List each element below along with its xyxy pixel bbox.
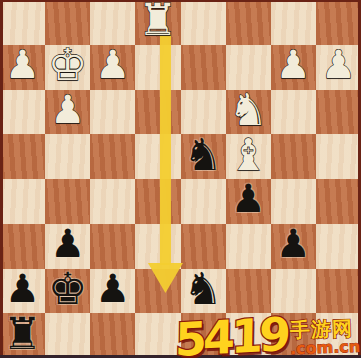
board[interactable]: ♜♟♚♟♟♟♟♞♞♝♟♟♟♟♚♟♞♜ [0,0,361,358]
square-f7[interactable] [226,45,271,90]
square-c6[interactable] [90,90,135,135]
square-b8[interactable] [45,0,90,45]
square-g6[interactable] [271,90,316,135]
square-f5[interactable]: ♝ [226,134,271,179]
square-a5[interactable] [0,134,45,179]
square-b5[interactable] [45,134,90,179]
square-h7[interactable]: ♟ [316,45,361,90]
square-a3[interactable] [0,224,45,269]
square-c5[interactable] [90,134,135,179]
square-d1[interactable] [135,313,180,358]
square-h6[interactable] [316,90,361,135]
piece-black-rook-a1[interactable]: ♜ [3,312,42,356]
square-a7[interactable]: ♟ [0,45,45,90]
square-a8[interactable] [0,0,45,45]
square-a4[interactable] [0,179,45,224]
square-g1[interactable] [271,313,316,358]
square-f3[interactable] [226,224,271,269]
square-c3[interactable] [90,224,135,269]
piece-black-pawn-f4[interactable]: ♟ [231,177,266,221]
square-b2[interactable]: ♚ [45,269,90,314]
piece-black-pawn-g3[interactable]: ♟ [276,222,311,266]
square-f1[interactable] [226,313,271,358]
square-e4[interactable] [181,179,226,224]
square-b4[interactable] [45,179,90,224]
piece-white-pawn-a7[interactable]: ♟ [5,43,40,87]
square-h8[interactable] [316,0,361,45]
square-g8[interactable] [271,0,316,45]
square-f6[interactable]: ♞ [226,90,271,135]
square-g2[interactable] [271,269,316,314]
square-a6[interactable] [0,90,45,135]
piece-black-king-b2[interactable]: ♚ [48,267,87,311]
square-g5[interactable] [271,134,316,179]
board-edge-left [0,0,3,358]
piece-black-knight-e2[interactable]: ♞ [183,267,222,311]
square-e8[interactable] [181,0,226,45]
square-f8[interactable] [226,0,271,45]
square-c8[interactable] [90,0,135,45]
square-d3[interactable] [135,224,180,269]
piece-white-pawn-h7[interactable]: ♟ [321,43,356,87]
square-d4[interactable] [135,179,180,224]
square-h3[interactable] [316,224,361,269]
square-h5[interactable] [316,134,361,179]
piece-black-pawn-c2[interactable]: ♟ [95,267,130,311]
square-g3[interactable]: ♟ [271,224,316,269]
piece-black-pawn-b3[interactable]: ♟ [50,222,85,266]
piece-white-pawn-g7[interactable]: ♟ [276,43,311,87]
piece-black-knight-e5[interactable]: ♞ [183,133,222,177]
chessboard-container: ♜♟♚♟♟♟♟♞♞♝♟♟♟♟♚♟♞♜ 5419 手游网 .com.cn [0,0,361,358]
square-d7[interactable] [135,45,180,90]
square-e3[interactable] [181,224,226,269]
piece-white-pawn-c7[interactable]: ♟ [95,43,130,87]
square-g4[interactable] [271,179,316,224]
square-d2[interactable] [135,269,180,314]
square-e7[interactable] [181,45,226,90]
board-edge-top [0,0,361,2]
square-c7[interactable]: ♟ [90,45,135,90]
square-e5[interactable]: ♞ [181,134,226,179]
piece-black-pawn-a2[interactable]: ♟ [5,267,40,311]
square-b1[interactable] [45,313,90,358]
square-e6[interactable] [181,90,226,135]
square-d5[interactable] [135,134,180,179]
square-h4[interactable] [316,179,361,224]
square-b7[interactable]: ♚ [45,45,90,90]
square-b3[interactable]: ♟ [45,224,90,269]
square-h2[interactable] [316,269,361,314]
square-e2[interactable]: ♞ [181,269,226,314]
square-d6[interactable] [135,90,180,135]
square-d8[interactable]: ♜ [135,0,180,45]
square-h1[interactable] [316,313,361,358]
square-f4[interactable]: ♟ [226,179,271,224]
square-b6[interactable]: ♟ [45,90,90,135]
piece-white-bishop-f5[interactable]: ♝ [228,133,267,177]
piece-white-pawn-b6[interactable]: ♟ [50,88,85,132]
square-a2[interactable]: ♟ [0,269,45,314]
piece-white-knight-f6[interactable]: ♞ [228,88,267,132]
square-g7[interactable]: ♟ [271,45,316,90]
square-e1[interactable] [181,313,226,358]
square-a1[interactable]: ♜ [0,313,45,358]
square-c2[interactable]: ♟ [90,269,135,314]
square-f2[interactable] [226,269,271,314]
square-c4[interactable] [90,179,135,224]
piece-white-king-b7[interactable]: ♚ [48,43,87,87]
piece-white-rook-d8[interactable]: ♜ [138,0,177,42]
square-c1[interactable] [90,313,135,358]
